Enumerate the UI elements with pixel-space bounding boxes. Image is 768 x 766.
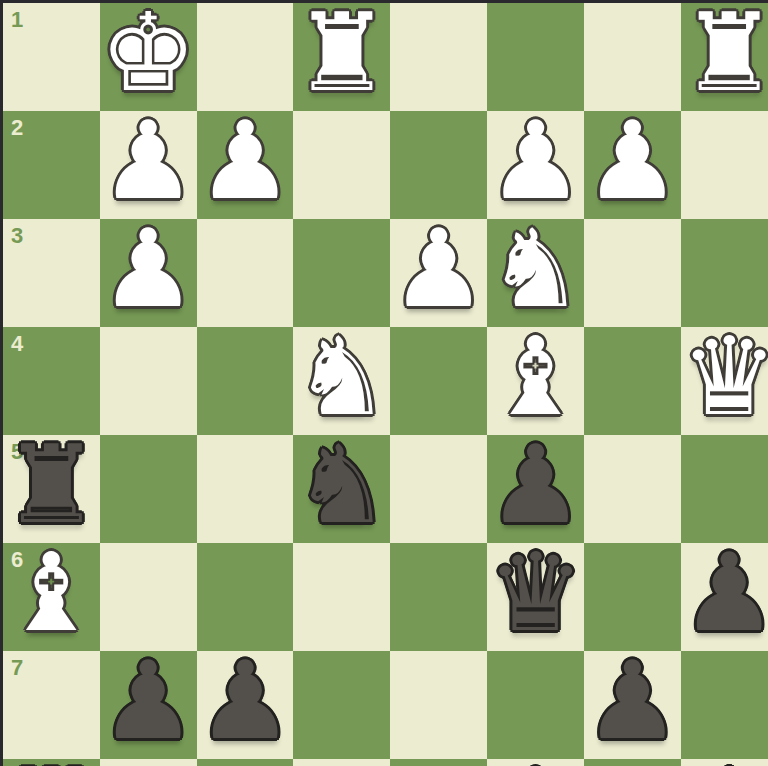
rank-label-2: 2 <box>11 117 23 139</box>
square-h1[interactable]: 1 <box>3 3 100 111</box>
square-e2[interactable] <box>293 111 390 219</box>
rank-label-7: 7 <box>11 657 23 679</box>
square-a4[interactable]: ♛ <box>681 327 768 435</box>
white-pawn[interactable]: ♟ <box>197 107 294 215</box>
square-c8[interactable]: c♝ <box>487 759 584 766</box>
white-pawn[interactable]: ♟ <box>584 107 681 215</box>
square-c2[interactable]: ♟ <box>487 111 584 219</box>
chess-board: 1♚♜♜2♟♟♟♟3♟♟♞4♞♝♛5♜♞♟6♝♛♟7♟♟♟8h♜gfedc♝ba… <box>3 3 766 764</box>
black-pawn[interactable]: ♟ <box>681 539 768 647</box>
square-d6[interactable] <box>390 543 487 651</box>
black-knight[interactable]: ♞ <box>293 431 390 539</box>
white-queen[interactable]: ♛ <box>681 323 768 431</box>
white-pawn[interactable]: ♟ <box>100 215 197 323</box>
square-f2[interactable]: ♟ <box>197 111 294 219</box>
square-f4[interactable] <box>197 327 294 435</box>
square-d4[interactable] <box>390 327 487 435</box>
square-a7[interactable] <box>681 651 768 759</box>
square-g8[interactable]: g <box>100 759 197 766</box>
square-h4[interactable]: 4 <box>3 327 100 435</box>
black-queen[interactable]: ♛ <box>487 539 584 647</box>
black-pawn[interactable]: ♟ <box>487 431 584 539</box>
square-e4[interactable]: ♞ <box>293 327 390 435</box>
black-rook[interactable]: ♜ <box>3 755 100 766</box>
square-f8[interactable]: f <box>197 759 294 766</box>
square-g2[interactable]: ♟ <box>100 111 197 219</box>
square-e1[interactable]: ♜ <box>293 3 390 111</box>
square-a6[interactable]: ♟ <box>681 543 768 651</box>
white-rook[interactable]: ♜ <box>293 0 390 107</box>
black-rook[interactable]: ♜ <box>3 431 100 539</box>
square-c5[interactable]: ♟ <box>487 435 584 543</box>
square-f1[interactable] <box>197 3 294 111</box>
square-d1[interactable] <box>390 3 487 111</box>
black-pawn[interactable]: ♟ <box>100 647 197 755</box>
square-b5[interactable] <box>584 435 681 543</box>
black-bishop[interactable]: ♝ <box>487 755 584 766</box>
square-b1[interactable] <box>584 3 681 111</box>
square-b8[interactable]: b <box>584 759 681 766</box>
square-d5[interactable] <box>390 435 487 543</box>
white-pawn[interactable]: ♟ <box>487 107 584 215</box>
square-e7[interactable] <box>293 651 390 759</box>
square-e8[interactable]: e <box>293 759 390 766</box>
square-d7[interactable] <box>390 651 487 759</box>
square-c4[interactable]: ♝ <box>487 327 584 435</box>
square-g7[interactable]: ♟ <box>100 651 197 759</box>
square-b2[interactable]: ♟ <box>584 111 681 219</box>
square-g1[interactable]: ♚ <box>100 3 197 111</box>
square-g6[interactable] <box>100 543 197 651</box>
square-f6[interactable] <box>197 543 294 651</box>
square-c1[interactable] <box>487 3 584 111</box>
square-c7[interactable] <box>487 651 584 759</box>
square-a3[interactable] <box>681 219 768 327</box>
square-c6[interactable]: ♛ <box>487 543 584 651</box>
white-bishop[interactable]: ♝ <box>487 323 584 431</box>
square-g4[interactable] <box>100 327 197 435</box>
rank-label-1: 1 <box>11 9 23 31</box>
white-rook[interactable]: ♜ <box>681 0 768 107</box>
square-h3[interactable]: 3 <box>3 219 100 327</box>
square-f3[interactable] <box>197 219 294 327</box>
square-h2[interactable]: 2 <box>3 111 100 219</box>
square-g3[interactable]: ♟ <box>100 219 197 327</box>
square-b4[interactable] <box>584 327 681 435</box>
square-a2[interactable] <box>681 111 768 219</box>
square-e6[interactable] <box>293 543 390 651</box>
square-c3[interactable]: ♞ <box>487 219 584 327</box>
black-pawn[interactable]: ♟ <box>197 647 294 755</box>
square-f5[interactable] <box>197 435 294 543</box>
board-frame: 1♚♜♜2♟♟♟♟3♟♟♞4♞♝♛5♜♞♟6♝♛♟7♟♟♟8h♜gfedc♝ba… <box>0 0 768 766</box>
black-pawn[interactable]: ♟ <box>584 647 681 755</box>
square-h8[interactable]: 8h♜ <box>3 759 100 766</box>
square-a5[interactable] <box>681 435 768 543</box>
square-a1[interactable]: ♜ <box>681 3 768 111</box>
square-h5[interactable]: 5♜ <box>3 435 100 543</box>
white-pawn[interactable]: ♟ <box>390 215 487 323</box>
square-h7[interactable]: 7 <box>3 651 100 759</box>
square-b6[interactable] <box>584 543 681 651</box>
square-b7[interactable]: ♟ <box>584 651 681 759</box>
white-knight[interactable]: ♞ <box>487 215 584 323</box>
square-e5[interactable]: ♞ <box>293 435 390 543</box>
square-g5[interactable] <box>100 435 197 543</box>
square-d2[interactable] <box>390 111 487 219</box>
white-knight[interactable]: ♞ <box>293 323 390 431</box>
white-bishop[interactable]: ♝ <box>3 539 100 647</box>
black-king[interactable]: ♚ <box>681 755 768 766</box>
rank-label-4: 4 <box>11 333 23 355</box>
square-e3[interactable] <box>293 219 390 327</box>
square-b3[interactable] <box>584 219 681 327</box>
square-f7[interactable]: ♟ <box>197 651 294 759</box>
square-d3[interactable]: ♟ <box>390 219 487 327</box>
white-pawn[interactable]: ♟ <box>100 107 197 215</box>
square-h6[interactable]: 6♝ <box>3 543 100 651</box>
square-a8[interactable]: a♚ <box>681 759 768 766</box>
white-king[interactable]: ♚ <box>100 0 197 107</box>
square-d8[interactable]: d <box>390 759 487 766</box>
rank-label-3: 3 <box>11 225 23 247</box>
